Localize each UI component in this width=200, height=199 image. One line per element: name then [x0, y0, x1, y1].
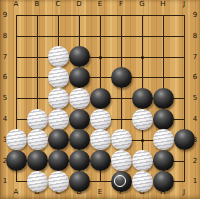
intersection-E9[interactable] [93, 8, 107, 22]
stone-white-C4 [48, 109, 69, 130]
intersection-J4[interactable] [177, 112, 191, 126]
stone-white-E4 [90, 109, 111, 130]
stone-black-D2 [69, 150, 90, 171]
intersection-F4[interactable] [114, 112, 128, 126]
intersection-A6[interactable] [9, 70, 23, 84]
coord-label-left: 1 [1, 177, 9, 185]
intersection-F9[interactable] [114, 8, 128, 22]
coord-label-left: 7 [1, 53, 9, 61]
intersection-F7[interactable] [114, 50, 128, 64]
stone-black-D4 [69, 109, 90, 130]
coord-label-right: 2 [191, 157, 199, 165]
coord-label-top: A [12, 0, 20, 8]
stone-black-E2 [90, 150, 111, 171]
stone-black-C2 [48, 150, 69, 171]
coord-label-top: E [96, 0, 104, 8]
intersection-H7[interactable] [156, 50, 170, 64]
coord-label-left: 4 [1, 115, 9, 123]
intersection-E1[interactable] [93, 174, 107, 188]
intersection-J8[interactable] [177, 29, 191, 43]
intersection-H9[interactable] [156, 8, 170, 22]
intersection-J7[interactable] [177, 50, 191, 64]
stone-white-F3 [111, 129, 132, 150]
intersection-A5[interactable] [9, 91, 23, 105]
stone-white-B3 [27, 129, 48, 150]
stone-black-G5 [132, 88, 153, 109]
stone-black-B2 [27, 150, 48, 171]
stone-white-D5 [69, 88, 90, 109]
stone-black-D1 [69, 171, 90, 192]
stone-black-H1 [153, 171, 174, 192]
stone-white-B1 [27, 171, 48, 192]
intersection-B6[interactable] [30, 70, 44, 84]
stone-black-D7 [69, 46, 90, 67]
coord-label-bottom: A [12, 188, 20, 196]
coord-label-bottom: E [96, 188, 104, 196]
intersection-H6[interactable] [156, 70, 170, 84]
stone-white-G2 [132, 150, 153, 171]
coord-label-top: C [54, 0, 62, 8]
coord-label-left: 6 [1, 73, 9, 81]
intersection-C9[interactable] [51, 8, 65, 22]
stone-black-H4 [153, 109, 174, 130]
intersection-J5[interactable] [177, 91, 191, 105]
intersection-G3[interactable] [135, 133, 149, 147]
intersection-G7[interactable] [135, 50, 149, 64]
intersection-G6[interactable] [135, 70, 149, 84]
intersection-A1[interactable] [9, 174, 23, 188]
intersection-G9[interactable] [135, 8, 149, 22]
intersection-B7[interactable] [30, 50, 44, 64]
stone-white-F2 [111, 150, 132, 171]
intersection-A4[interactable] [9, 112, 23, 126]
stone-white-G4 [132, 109, 153, 130]
stone-black-D3 [69, 129, 90, 150]
stone-white-C1 [48, 171, 69, 192]
stone-black-F6 [111, 67, 132, 88]
coord-label-bottom: J [180, 188, 188, 196]
stone-white-A3 [6, 129, 27, 150]
stone-white-G1 [132, 171, 153, 192]
intersection-B9[interactable] [30, 8, 44, 22]
intersection-J6[interactable] [177, 70, 191, 84]
coord-label-left: 5 [1, 94, 9, 102]
coord-label-top: J [180, 0, 188, 8]
coord-label-left: 9 [1, 11, 9, 19]
intersection-G8[interactable] [135, 29, 149, 43]
coord-label-top: G [138, 0, 146, 8]
stone-black-H5 [153, 88, 174, 109]
stone-black-D6 [69, 67, 90, 88]
intersection-B8[interactable] [30, 29, 44, 43]
intersection-J2[interactable] [177, 154, 191, 168]
stone-black-J3 [174, 129, 195, 150]
coord-label-top: F [117, 0, 125, 8]
stone-white-C5 [48, 88, 69, 109]
stone-black-C3 [48, 129, 69, 150]
intersection-J9[interactable] [177, 8, 191, 22]
go-board: AABBCCDDEEFFGGHHJJ998877665544332211 [0, 0, 200, 199]
coord-label-right: 6 [191, 73, 199, 81]
coord-label-right: 1 [191, 177, 199, 185]
intersection-B5[interactable] [30, 91, 44, 105]
coord-label-left: 8 [1, 32, 9, 40]
coord-label-right: 9 [191, 11, 199, 19]
intersection-A8[interactable] [9, 29, 23, 43]
intersection-E7[interactable] [93, 50, 107, 64]
coord-label-top: H [159, 0, 167, 8]
stone-white-B4 [27, 109, 48, 130]
coord-label-right: 4 [191, 115, 199, 123]
intersection-C8[interactable] [51, 29, 65, 43]
intersection-F8[interactable] [114, 29, 128, 43]
intersection-J1[interactable] [177, 174, 191, 188]
stone-black-E5 [90, 88, 111, 109]
coord-label-right: 5 [191, 94, 199, 102]
intersection-H8[interactable] [156, 29, 170, 43]
intersection-D9[interactable] [72, 8, 86, 22]
stone-black-H2 [153, 150, 174, 171]
coord-label-right: 7 [191, 53, 199, 61]
stone-white-C7 [48, 46, 69, 67]
coord-label-top: B [33, 0, 41, 8]
coord-label-right: 8 [191, 32, 199, 40]
coord-label-top: D [75, 0, 83, 8]
intersection-E6[interactable] [93, 70, 107, 84]
intersection-A7[interactable] [9, 50, 23, 64]
intersection-D8[interactable] [72, 29, 86, 43]
stone-white-C6 [48, 67, 69, 88]
stone-white-H3 [153, 129, 174, 150]
intersection-E8[interactable] [93, 29, 107, 43]
stone-black-A2 [6, 150, 27, 171]
intersection-F5[interactable] [114, 91, 128, 105]
stone-white-E3 [90, 129, 111, 150]
intersection-A9[interactable] [9, 8, 23, 22]
